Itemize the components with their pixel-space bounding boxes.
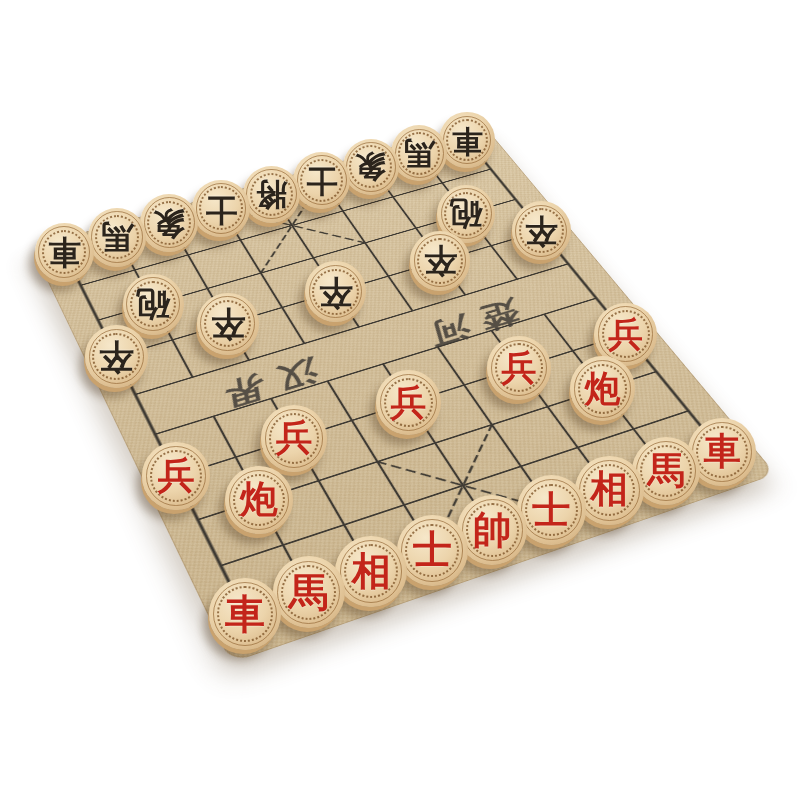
piece-red-advisor[interactable]: 士 (397, 515, 468, 586)
piece-character: 車 (48, 236, 80, 268)
piece-red-general[interactable]: 帥 (457, 495, 527, 565)
piece-character: 炮 (240, 481, 278, 519)
piece-black-chariot[interactable]: 車 (439, 112, 495, 168)
piece-character: 卒 (211, 307, 245, 341)
piece-black-advisor[interactable]: 士 (293, 152, 350, 209)
piece-black-elephant[interactable]: 象 (140, 194, 198, 252)
piece-character: 士 (306, 165, 337, 196)
piece-character: 馬 (647, 452, 684, 489)
piece-character: 馬 (289, 573, 329, 613)
piece-character: 馬 (404, 138, 435, 169)
piece-character: 相 (590, 471, 628, 509)
piece-character: 炮 (585, 371, 621, 407)
piece-character: 兵 (501, 350, 536, 385)
piece-red-cannon[interactable]: 炮 (225, 466, 294, 535)
piece-red-chariot[interactable]: 車 (209, 578, 282, 651)
piece-black-soldier[interactable]: 卒 (197, 293, 259, 355)
piece-character: 卒 (424, 244, 457, 277)
piece-black-elephant[interactable]: 象 (343, 139, 399, 195)
piece-red-advisor[interactable]: 士 (517, 475, 586, 544)
piece-character: 兵 (391, 385, 427, 421)
piece-character: 馬 (101, 221, 133, 253)
piece-character: 卒 (319, 275, 353, 309)
piece-red-soldier[interactable]: 兵 (376, 370, 441, 435)
piece-character: 士 (205, 193, 237, 225)
piece-character: 將 (256, 179, 287, 210)
piece-character: 兵 (276, 420, 312, 456)
piece-black-horse[interactable]: 馬 (88, 208, 147, 267)
piece-black-soldier[interactable]: 卒 (512, 201, 571, 260)
piece-black-cannon[interactable]: 砲 (123, 274, 184, 335)
piece-character: 士 (413, 531, 452, 570)
piece-character: 卒 (99, 339, 134, 374)
piece-red-cannon[interactable]: 炮 (570, 356, 635, 421)
piece-character: 兵 (608, 317, 643, 352)
piece-character: 砲 (450, 198, 482, 230)
piece-character: 兵 (157, 457, 194, 494)
piece-black-general[interactable]: 將 (243, 166, 300, 223)
piece-black-soldier[interactable]: 卒 (85, 325, 148, 388)
piece-character: 象 (355, 151, 386, 182)
piece-character: 帥 (473, 511, 512, 550)
piece-character: 車 (703, 433, 740, 470)
piece-black-soldier[interactable]: 卒 (410, 231, 470, 291)
piece-red-soldier[interactable]: 兵 (142, 442, 209, 509)
piece-character: 砲 (136, 287, 170, 321)
piece-character: 車 (452, 125, 483, 156)
piece-red-soldier[interactable]: 兵 (261, 405, 327, 471)
piece-red-elephant[interactable]: 相 (335, 536, 406, 607)
piece-black-chariot[interactable]: 車 (35, 223, 94, 282)
piece-red-soldier[interactable]: 兵 (487, 336, 551, 400)
piece-red-horse[interactable]: 馬 (273, 556, 345, 628)
piece-character: 相 (351, 552, 390, 591)
piece-black-soldier[interactable]: 卒 (305, 261, 366, 322)
piece-character: 車 (225, 594, 265, 634)
piece-character: 卒 (525, 215, 557, 247)
piece-black-advisor[interactable]: 士 (192, 180, 250, 238)
piece-character: 士 (532, 491, 570, 529)
piece-character: 象 (153, 207, 185, 239)
xiangqi-product-photo: 汉界 楚河 車馬象士將士象馬車砲砲卒卒卒卒卒兵兵兵兵兵炮炮車馬相士帥士相馬車 (0, 0, 800, 800)
